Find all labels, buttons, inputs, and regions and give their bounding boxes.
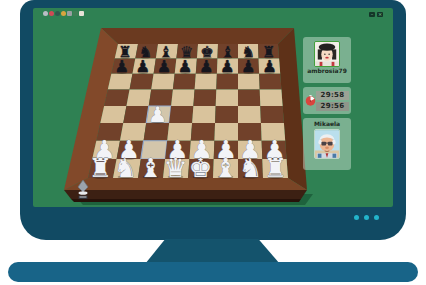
heart-icon[interactable] bbox=[49, 11, 54, 16]
player-card-black: ambrosia79 bbox=[303, 37, 351, 83]
star-icon[interactable] bbox=[61, 11, 66, 16]
white-clock: 29:56 bbox=[316, 102, 349, 111]
square-d5[interactable] bbox=[171, 90, 195, 106]
white-player-avatar bbox=[314, 129, 340, 159]
piece-black-pawn-c7[interactable]: ♟ bbox=[157, 57, 172, 76]
piece-white-knight-g1[interactable]: ♞ bbox=[239, 153, 262, 183]
monitor-neck bbox=[145, 239, 280, 264]
notes-icon[interactable] bbox=[79, 11, 84, 16]
piece-black-pawn-f7[interactable]: ♟ bbox=[220, 57, 235, 76]
power-dot bbox=[354, 215, 359, 220]
square-a4[interactable] bbox=[100, 106, 126, 123]
square-g5[interactable] bbox=[238, 90, 260, 106]
player-card-white: Mikaela bbox=[303, 118, 351, 170]
piece-white-bishop-c1[interactable]: ♝ bbox=[139, 153, 162, 183]
power-dot bbox=[374, 215, 379, 220]
piece-white-queen-d1[interactable]: ♛ bbox=[164, 153, 187, 183]
square-b4[interactable] bbox=[123, 106, 148, 123]
square-g4[interactable] bbox=[238, 106, 261, 123]
black-clock: 29:58 bbox=[316, 91, 349, 100]
mini-piece-icon[interactable] bbox=[74, 179, 92, 201]
board-frame bbox=[101, 28, 294, 44]
power-dots bbox=[354, 215, 379, 220]
timer-icon bbox=[305, 94, 316, 107]
toolbar bbox=[43, 11, 84, 16]
square-h4[interactable] bbox=[260, 106, 284, 123]
piece-black-pawn-a7[interactable]: ♟ bbox=[114, 57, 129, 76]
piece-black-pawn-h7[interactable]: ♟ bbox=[262, 57, 277, 76]
black-player-name: ambrosia79 bbox=[303, 67, 351, 75]
square-d4[interactable] bbox=[169, 106, 193, 123]
square-a5[interactable] bbox=[104, 90, 129, 106]
stats-icon[interactable] bbox=[73, 11, 78, 16]
black-player-avatar bbox=[314, 41, 340, 67]
piece-black-pawn-b7[interactable]: ♟ bbox=[136, 57, 151, 76]
clock-icon[interactable] bbox=[55, 11, 60, 16]
clock-panel: 29:58 29:56 bbox=[303, 87, 351, 114]
square-h5[interactable] bbox=[260, 90, 283, 106]
gear-icon[interactable] bbox=[43, 11, 48, 16]
piece-white-bishop-f1[interactable]: ♝ bbox=[214, 153, 237, 183]
piece-white-pawn-c4[interactable]: ♟ bbox=[148, 102, 167, 127]
square-f4[interactable] bbox=[215, 106, 238, 123]
power-dot bbox=[364, 215, 369, 220]
game-screen: ♜♞♝♛♚♝♞♜♟♟♟♟♟♟♟♟♟♟♟♟♟♟♟♟♜♞♝♛♚♝♞♜ – × bbox=[33, 8, 393, 207]
illustration-canvas: ♜♞♝♛♚♝♞♜♟♟♟♟♟♟♟♟♟♟♟♟♟♟♟♟♜♞♝♛♚♝♞♜ – × bbox=[0, 0, 426, 285]
square-e4[interactable] bbox=[192, 106, 216, 123]
piece-white-rook-h1[interactable]: ♜ bbox=[264, 153, 287, 183]
piece-white-rook-a1[interactable]: ♜ bbox=[89, 153, 112, 183]
square-f5[interactable] bbox=[216, 90, 238, 106]
piece-black-pawn-e7[interactable]: ♟ bbox=[199, 57, 214, 76]
board-icon[interactable] bbox=[67, 11, 72, 16]
square-e5[interactable] bbox=[193, 90, 216, 106]
white-player-name: Mikaela bbox=[303, 120, 351, 128]
monitor-base bbox=[8, 262, 418, 282]
piece-white-knight-b1[interactable]: ♞ bbox=[114, 153, 137, 183]
piece-white-king-e1[interactable]: ♚ bbox=[189, 153, 212, 183]
piece-black-pawn-g7[interactable]: ♟ bbox=[241, 57, 256, 76]
close-button[interactable]: × bbox=[377, 12, 383, 17]
window-controls: – × bbox=[369, 12, 383, 17]
piece-black-pawn-d7[interactable]: ♟ bbox=[178, 57, 193, 76]
minimize-button[interactable]: – bbox=[369, 12, 375, 17]
